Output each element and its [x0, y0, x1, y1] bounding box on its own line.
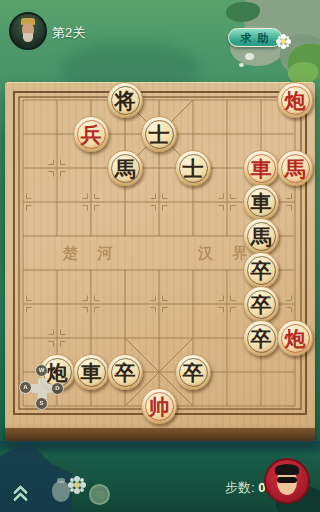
flower-icon: [281, 39, 286, 44]
piece-black-pawn[interactable]: 卒: [243, 286, 279, 322]
shadow-band: [0, 441, 320, 455]
piece-glyph: 将: [115, 90, 136, 111]
piece-glyph: 兵: [81, 124, 102, 145]
dpad-right-key[interactable]: D: [51, 382, 64, 395]
piece-glyph: 車: [251, 192, 272, 213]
plum-badge-icon: 梅: [89, 484, 110, 505]
steps-counter: 步数: 0: [225, 479, 265, 497]
piece-glyph: 士: [183, 158, 204, 179]
piece-glyph: 卒: [183, 362, 204, 383]
piece-glyph: 卒: [251, 294, 272, 315]
dpad-down-key[interactable]: S: [35, 397, 48, 410]
piece-black-pawn[interactable]: 卒: [107, 354, 143, 390]
piece-glyph: 帅: [149, 396, 170, 417]
piece-glyph: 卒: [115, 362, 136, 383]
piece-red-chariot[interactable]: 車: [243, 150, 279, 186]
piece-black-horse[interactable]: 馬: [107, 150, 143, 186]
avatar-beard: [23, 33, 33, 42]
piece-glyph: 炮: [285, 90, 306, 111]
money-bag-icon: [52, 481, 70, 502]
piece-black-chariot[interactable]: 車: [243, 184, 279, 220]
help-button-label: 求助: [241, 32, 275, 44]
piece-black-advisor[interactable]: 士: [175, 150, 211, 186]
piece-glyph: 炮: [285, 328, 306, 349]
piece-black-pawn[interactable]: 卒: [243, 320, 279, 356]
piece-glyph: 卒: [251, 328, 272, 349]
piece-red-cannon[interactable]: 炮: [277, 82, 313, 118]
piece-glyph: 馬: [251, 226, 272, 247]
piece-black-chariot[interactable]: 車: [73, 354, 109, 390]
stone-decoration: [245, 53, 254, 60]
piece-glyph: 馬: [285, 158, 306, 179]
piece-glyph: 馬: [115, 158, 136, 179]
piece-red-general[interactable]: 帅: [141, 388, 177, 424]
piece-red-cannon[interactable]: 炮: [277, 320, 313, 356]
piece-black-horse[interactable]: 馬: [243, 218, 279, 254]
help-button[interactable]: 求助: [228, 28, 282, 47]
dpad-overlay: W A S D: [18, 362, 70, 412]
white-flower-icon: [74, 482, 80, 488]
player-avatar: [9, 12, 47, 50]
piece-glyph: 車: [251, 158, 272, 179]
piece-glyph: 士: [149, 124, 170, 145]
piece-black-pawn[interactable]: 卒: [175, 354, 211, 390]
dpad-left-key[interactable]: A: [19, 381, 32, 394]
piece-black-general[interactable]: 将: [107, 82, 143, 118]
level-label: 第2关: [52, 24, 85, 42]
stone-decoration: [239, 63, 244, 67]
piece-red-horse[interactable]: 馬: [277, 150, 313, 186]
avatar-hair: [275, 464, 299, 475]
opponent-avatar: [264, 458, 310, 504]
dpad-up-key[interactable]: W: [35, 364, 48, 377]
piece-glyph: 車: [81, 362, 102, 383]
piece-black-advisor[interactable]: 士: [141, 116, 177, 152]
game-screen: 第2关 求助 楚 河 汉 界 将炮兵士馬士車馬車馬卒卒卒炮炮車卒卒帅 W A S…: [0, 0, 320, 512]
piece-glyph: 卒: [251, 260, 272, 281]
piece-red-pawn[interactable]: 兵: [73, 116, 109, 152]
avatar-sunglasses: [277, 477, 297, 483]
piece-black-pawn[interactable]: 卒: [243, 252, 279, 288]
steps-label: 步数:: [225, 480, 255, 495]
